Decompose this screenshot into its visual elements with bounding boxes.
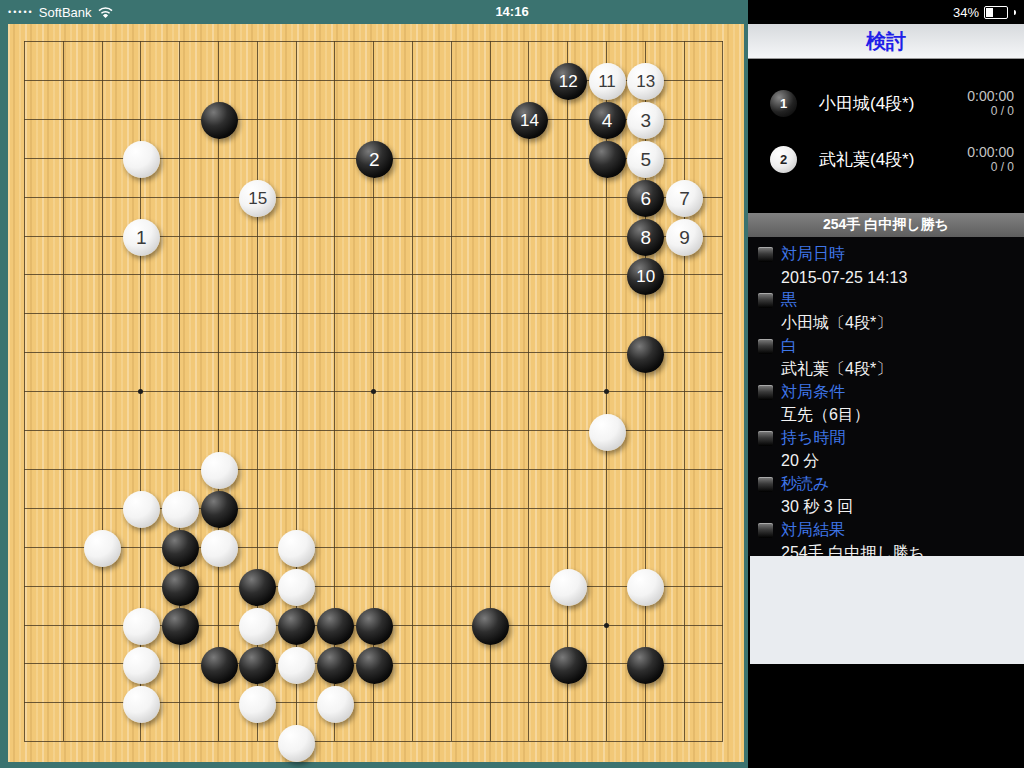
player-periods: 0 / 0	[967, 104, 1014, 118]
info-value-row: 小田城〔4段*〕	[781, 312, 1024, 335]
move-number: 4	[602, 111, 613, 130]
review-sidebar: 検討 1 小田城(4段*) 0:00:00 0 / 0 2 武礼葉(4段*) 0…	[748, 0, 1024, 768]
info-value-row: 20 分	[781, 450, 1024, 473]
grid-line	[24, 547, 723, 548]
bullet-icon	[758, 339, 773, 354]
stone-black[interactable]	[201, 491, 238, 528]
stone-white[interactable]	[550, 569, 587, 606]
player-list: 1 小田城(4段*) 0:00:00 0 / 0 2 武礼葉(4段*) 0:00…	[748, 59, 1024, 213]
grid-line	[722, 41, 723, 741]
player-clock: 0:00:00 0 / 0	[967, 144, 1014, 174]
replay-controls: ◀ A ▶ 手 順 再検討 形 勢 終 了	[748, 664, 1024, 768]
info-label: 白	[781, 336, 797, 357]
info-value: 20 分	[781, 451, 819, 472]
info-value: 武礼葉〔4段*〕	[781, 359, 892, 380]
grid-line	[451, 41, 452, 741]
wifi-icon	[97, 6, 114, 19]
bullet-icon	[758, 431, 773, 446]
battery-block: 34%	[953, 0, 1016, 24]
info-value-row: 30 秒 3 回	[781, 496, 1024, 519]
stone-white-move-3[interactable]: 3	[627, 102, 664, 139]
stone-white[interactable]	[123, 647, 160, 684]
grid-line	[24, 469, 723, 470]
bullet-icon	[758, 385, 773, 400]
battery-tip	[1014, 10, 1016, 15]
stone-black-move-8[interactable]: 8	[627, 219, 664, 256]
info-value-row: 武礼葉〔4段*〕	[781, 358, 1024, 381]
board-area: 121113144325156718910	[0, 24, 748, 768]
panel-header: 検討	[748, 24, 1024, 59]
player-name: 武礼葉(4段*)	[819, 148, 967, 171]
stone-white[interactable]	[123, 608, 160, 645]
carrier-block: ••••• SoftBank	[8, 0, 114, 24]
move-number: 10	[636, 268, 655, 285]
battery-percent: 34%	[953, 5, 979, 20]
stone-white[interactable]	[201, 452, 238, 489]
stone-white[interactable]	[589, 414, 626, 451]
stone-white[interactable]	[278, 647, 315, 684]
stone-black[interactable]	[201, 647, 238, 684]
white-stone-icon: 2	[770, 146, 797, 173]
result-text: 254手 白中押し勝ち	[823, 216, 949, 234]
stone-white[interactable]	[627, 569, 664, 606]
stone-black-move-4[interactable]: 4	[589, 102, 626, 139]
bullet-icon	[758, 247, 773, 262]
clock: 14:16	[495, 0, 528, 24]
stone-white-move-11[interactable]: 11	[589, 63, 626, 100]
info-label: 秒読み	[781, 474, 829, 495]
move-number: 2	[369, 150, 380, 169]
star-point	[138, 389, 143, 394]
move-number: 6	[641, 189, 652, 208]
stone-white[interactable]	[278, 530, 315, 567]
info-value: 互先（6目）	[781, 405, 870, 426]
move-number: 5	[641, 150, 652, 169]
info-value: 2015-07-25 14:13	[781, 269, 907, 287]
stone-white-move-5[interactable]: 5	[627, 141, 664, 178]
move-number: 8	[641, 228, 652, 247]
bullet-icon	[758, 477, 773, 492]
stone-black[interactable]	[162, 530, 199, 567]
stone-black-move-12[interactable]: 12	[550, 63, 587, 100]
grid-line	[528, 41, 529, 741]
stone-black[interactable]	[239, 569, 276, 606]
move-number: 9	[679, 228, 690, 247]
stone-white-move-7[interactable]: 7	[666, 180, 703, 217]
player-row-white[interactable]: 2 武礼葉(4段*) 0:00:00 0 / 0	[748, 131, 1024, 187]
stone-black[interactable]	[627, 647, 664, 684]
carrier-label: SoftBank	[39, 5, 92, 20]
move-number: 11	[598, 73, 616, 90]
bullet-icon	[758, 293, 773, 308]
stone-white[interactable]	[84, 530, 121, 567]
app-screen: ••••• SoftBank 14:16 34% 121113144325156…	[0, 0, 1024, 768]
stone-black[interactable]	[627, 336, 664, 373]
player-periods: 0 / 0	[967, 160, 1014, 174]
player-time: 0:00:00	[967, 88, 1014, 104]
stone-black[interactable]	[278, 608, 315, 645]
result-banner: 254手 白中押し勝ち	[748, 213, 1024, 237]
move-number: 13	[636, 73, 655, 90]
move-number: 3	[641, 111, 652, 130]
stone-white[interactable]	[123, 141, 160, 178]
player-row-black[interactable]: 1 小田城(4段*) 0:00:00 0 / 0	[748, 75, 1024, 131]
stone-white-move-13[interactable]: 13	[627, 63, 664, 100]
star-point	[371, 389, 376, 394]
move-number: 1	[136, 228, 147, 247]
info-label-row: 秒読み	[758, 473, 1024, 496]
stone-white[interactable]	[278, 569, 315, 606]
grid-line	[24, 586, 723, 587]
black-stone-icon: 1	[770, 90, 797, 117]
grid-line	[24, 741, 723, 742]
info-value-row: 互先（6目）	[781, 404, 1024, 427]
stone-black[interactable]	[317, 608, 354, 645]
player-time: 0:00:00	[967, 144, 1014, 160]
info-label-row: 白	[758, 335, 1024, 358]
move-number: 7	[679, 189, 690, 208]
stone-white[interactable]	[239, 608, 276, 645]
panel-title: 検討	[866, 28, 906, 55]
info-label-row: 黒	[758, 289, 1024, 312]
info-value: 小田城〔4段*〕	[781, 313, 892, 334]
info-label: 対局日時	[781, 244, 845, 265]
move-number: 14	[520, 112, 539, 129]
info-value: 30 秒 3 回	[781, 497, 853, 518]
stone-white[interactable]	[317, 686, 354, 723]
info-label-row: 対局条件	[758, 381, 1024, 404]
stone-black-move-10[interactable]: 10	[627, 258, 664, 295]
stone-black[interactable]	[162, 569, 199, 606]
stone-black-move-2[interactable]: 2	[356, 141, 393, 178]
grid-line	[412, 41, 413, 741]
go-board[interactable]: 121113144325156718910	[8, 24, 744, 762]
stone-black[interactable]	[356, 647, 393, 684]
stone-white[interactable]	[123, 686, 160, 723]
grid-line	[684, 41, 685, 741]
stone-white-move-15[interactable]: 15	[239, 180, 276, 217]
stone-white[interactable]	[123, 491, 160, 528]
player-clock: 0:00:00 0 / 0	[967, 88, 1014, 118]
stone-black-move-6[interactable]: 6	[627, 180, 664, 217]
stone-white-move-9[interactable]: 9	[666, 219, 703, 256]
player-name: 小田城(4段*)	[819, 92, 967, 115]
grid-line	[567, 41, 568, 741]
stone-black-move-14[interactable]: 14	[511, 102, 548, 139]
star-point	[604, 623, 609, 628]
info-label: 対局結果	[781, 520, 845, 541]
info-label-row: 対局結果	[758, 519, 1024, 542]
stone-white[interactable]	[239, 686, 276, 723]
stone-white[interactable]	[201, 530, 238, 567]
move-number: 12	[559, 73, 578, 90]
stone-black[interactable]	[589, 141, 626, 178]
battery-icon	[984, 6, 1008, 19]
info-label-row: 対局日時	[758, 243, 1024, 266]
stone-black[interactable]	[472, 608, 509, 645]
info-label-row: 持ち時間	[758, 427, 1024, 450]
empty-panel-area	[750, 556, 1024, 664]
status-bar: ••••• SoftBank 14:16	[0, 0, 748, 24]
info-label: 黒	[781, 290, 797, 311]
info-label: 対局条件	[781, 382, 845, 403]
stone-black[interactable]	[239, 647, 276, 684]
game-info-list: 対局日時2015-07-25 14:13黒小田城〔4段*〕白武礼葉〔4段*〕対局…	[748, 237, 1024, 556]
bullet-icon	[758, 523, 773, 538]
move-number: 15	[248, 190, 267, 207]
signal-strength-icon: •••••	[8, 0, 34, 24]
stone-white[interactable]	[162, 491, 199, 528]
stone-black[interactable]	[162, 608, 199, 645]
info-value-row: 2015-07-25 14:13	[781, 266, 1024, 289]
stone-black[interactable]	[201, 102, 238, 139]
stone-white[interactable]	[278, 725, 315, 762]
stone-black[interactable]	[550, 647, 587, 684]
info-label: 持ち時間	[781, 428, 845, 449]
stone-black[interactable]	[317, 647, 354, 684]
star-point	[604, 389, 609, 394]
stone-black[interactable]	[356, 608, 393, 645]
stone-white-move-1[interactable]: 1	[123, 219, 160, 256]
